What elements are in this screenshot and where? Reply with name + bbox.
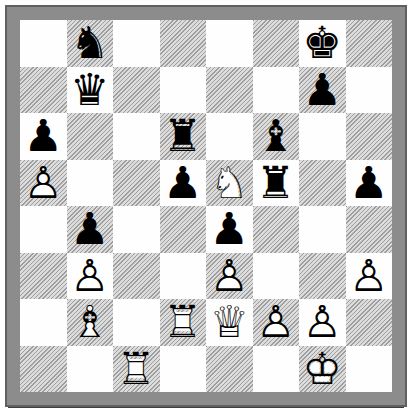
square-b6[interactable] (67, 113, 114, 160)
piece-outline-layer: ♙ (67, 253, 114, 300)
square-e4[interactable]: ♟ (206, 206, 253, 253)
square-c3[interactable] (113, 253, 160, 300)
white-pawn-piece[interactable]: ♟♙ (67, 253, 114, 300)
piece-solid-layer: ♟ (160, 160, 207, 207)
square-g2[interactable]: ♟♙ (299, 299, 346, 346)
piece-outline-layer: ♙ (253, 299, 300, 346)
piece-solid-layer: ♟ (67, 206, 114, 253)
white-pawn-piece[interactable]: ♟♙ (206, 253, 253, 300)
square-b7[interactable]: ♛ (67, 67, 114, 114)
black-pawn-piece[interactable]: ♟ (346, 160, 393, 207)
square-a4[interactable] (20, 206, 67, 253)
chess-board-frame: ♞♚♛♟♟♜♝♟♙♟♞♘♜♟♟♟♟♙♟♙♟♙♝♗♜♖♛♕♟♙♟♙♜♖♚♔ (7, 7, 405, 405)
square-a5[interactable]: ♟♙ (20, 160, 67, 207)
square-f7[interactable] (253, 67, 300, 114)
square-h4[interactable] (346, 206, 393, 253)
white-knight-piece[interactable]: ♞♘ (206, 160, 253, 207)
square-d8[interactable] (160, 20, 207, 67)
square-c5[interactable] (113, 160, 160, 207)
square-e7[interactable] (206, 67, 253, 114)
piece-solid-layer: ♟ (206, 206, 253, 253)
square-g3[interactable] (299, 253, 346, 300)
white-king-piece[interactable]: ♚♔ (299, 346, 346, 393)
square-f6[interactable]: ♝ (253, 113, 300, 160)
black-rook-piece[interactable]: ♜ (253, 160, 300, 207)
piece-outline-layer: ♔ (299, 346, 346, 393)
square-c2[interactable] (113, 299, 160, 346)
piece-outline-layer: ♙ (299, 299, 346, 346)
square-a8[interactable] (20, 20, 67, 67)
piece-outline-layer: ♖ (160, 299, 207, 346)
square-c8[interactable] (113, 20, 160, 67)
piece-solid-layer: ♟ (299, 67, 346, 114)
piece-solid-layer: ♚ (299, 20, 346, 67)
black-bishop-piece[interactable]: ♝ (253, 113, 300, 160)
square-c6[interactable] (113, 113, 160, 160)
square-g8[interactable]: ♚ (299, 20, 346, 67)
white-pawn-piece[interactable]: ♟♙ (299, 299, 346, 346)
white-queen-piece[interactable]: ♛♕ (206, 299, 253, 346)
square-d6[interactable]: ♜ (160, 113, 207, 160)
square-h7[interactable] (346, 67, 393, 114)
square-f5[interactable]: ♜ (253, 160, 300, 207)
square-a1[interactable] (20, 346, 67, 393)
black-pawn-piece[interactable]: ♟ (160, 160, 207, 207)
square-a2[interactable] (20, 299, 67, 346)
square-e3[interactable]: ♟♙ (206, 253, 253, 300)
piece-outline-layer: ♖ (113, 346, 160, 393)
square-b4[interactable]: ♟ (67, 206, 114, 253)
white-rook-piece[interactable]: ♜♖ (113, 346, 160, 393)
square-f4[interactable] (253, 206, 300, 253)
square-b8[interactable]: ♞ (67, 20, 114, 67)
black-pawn-piece[interactable]: ♟ (67, 206, 114, 253)
square-d3[interactable] (160, 253, 207, 300)
piece-outline-layer: ♙ (20, 160, 67, 207)
square-e5[interactable]: ♞♘ (206, 160, 253, 207)
white-pawn-piece[interactable]: ♟♙ (253, 299, 300, 346)
piece-outline-layer: ♗ (67, 299, 114, 346)
white-bishop-piece[interactable]: ♝♗ (67, 299, 114, 346)
square-b2[interactable]: ♝♗ (67, 299, 114, 346)
black-pawn-piece[interactable]: ♟ (206, 206, 253, 253)
square-h5[interactable]: ♟ (346, 160, 393, 207)
square-a7[interactable] (20, 67, 67, 114)
square-e6[interactable] (206, 113, 253, 160)
piece-outline-layer: ♙ (346, 253, 393, 300)
square-f2[interactable]: ♟♙ (253, 299, 300, 346)
square-g1[interactable]: ♚♔ (299, 346, 346, 393)
black-pawn-piece[interactable]: ♟ (20, 113, 67, 160)
square-c1[interactable]: ♜♖ (113, 346, 160, 393)
square-f3[interactable] (253, 253, 300, 300)
square-g7[interactable]: ♟ (299, 67, 346, 114)
square-a3[interactable] (20, 253, 67, 300)
square-d7[interactable] (160, 67, 207, 114)
square-h3[interactable]: ♟♙ (346, 253, 393, 300)
square-b1[interactable] (67, 346, 114, 393)
square-d1[interactable] (160, 346, 207, 393)
white-rook-piece[interactable]: ♜♖ (160, 299, 207, 346)
square-e2[interactable]: ♛♕ (206, 299, 253, 346)
square-g6[interactable] (299, 113, 346, 160)
square-a6[interactable]: ♟ (20, 113, 67, 160)
black-pawn-piece[interactable]: ♟ (299, 67, 346, 114)
chess-board: ♞♚♛♟♟♜♝♟♙♟♞♘♜♟♟♟♟♙♟♙♟♙♝♗♜♖♛♕♟♙♟♙♜♖♚♔ (20, 20, 392, 392)
black-rook-piece[interactable]: ♜ (160, 113, 207, 160)
piece-solid-layer: ♜ (253, 160, 300, 207)
square-h1[interactable] (346, 346, 393, 393)
square-g4[interactable] (299, 206, 346, 253)
piece-solid-layer: ♜ (160, 113, 207, 160)
square-c7[interactable] (113, 67, 160, 114)
piece-outline-layer: ♘ (206, 160, 253, 207)
black-king-piece[interactable]: ♚ (299, 20, 346, 67)
square-g5[interactable] (299, 160, 346, 207)
square-h6[interactable] (346, 113, 393, 160)
square-d2[interactable]: ♜♖ (160, 299, 207, 346)
piece-solid-layer: ♟ (20, 113, 67, 160)
piece-outline-layer: ♙ (206, 253, 253, 300)
square-b3[interactable]: ♟♙ (67, 253, 114, 300)
piece-solid-layer: ♝ (253, 113, 300, 160)
black-queen-piece[interactable]: ♛ (67, 67, 114, 114)
square-f8[interactable] (253, 20, 300, 67)
white-pawn-piece[interactable]: ♟♙ (20, 160, 67, 207)
piece-solid-layer: ♞ (67, 20, 114, 67)
piece-solid-layer: ♛ (67, 67, 114, 114)
square-e8[interactable] (206, 20, 253, 67)
square-d5[interactable]: ♟ (160, 160, 207, 207)
piece-solid-layer: ♟ (346, 160, 393, 207)
square-f1[interactable] (253, 346, 300, 393)
square-e1[interactable] (206, 346, 253, 393)
square-b5[interactable] (67, 160, 114, 207)
piece-outline-layer: ♕ (206, 299, 253, 346)
white-pawn-piece[interactable]: ♟♙ (346, 253, 393, 300)
square-h8[interactable] (346, 20, 393, 67)
square-c4[interactable] (113, 206, 160, 253)
black-knight-piece[interactable]: ♞ (67, 20, 114, 67)
square-h2[interactable] (346, 299, 393, 346)
square-d4[interactable] (160, 206, 207, 253)
